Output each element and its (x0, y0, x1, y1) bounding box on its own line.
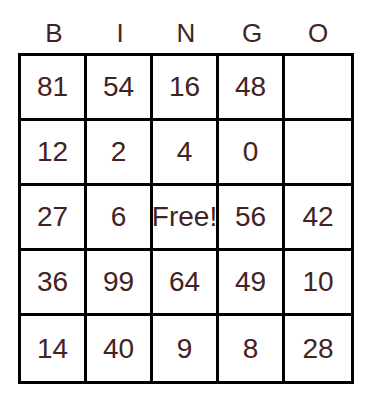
column-letter-i: I (87, 20, 153, 46)
cell-r3c3-free-space[interactable]: Free! (153, 186, 219, 251)
cell-r2c1[interactable]: 12 (21, 121, 87, 186)
cell-r1c2[interactable]: 54 (87, 56, 153, 121)
cell-r1c1[interactable]: 81 (21, 56, 87, 121)
cell-r2c3[interactable]: 4 (153, 121, 219, 186)
cell-r5c3[interactable]: 9 (153, 316, 219, 381)
cell-r1c5-overflow-text: 32 45 (296, 73, 340, 125)
cell-r2c2[interactable]: 2 (87, 121, 153, 186)
bingo-header: B I N G O (18, 20, 354, 46)
cell-r3c1[interactable]: 27 (21, 186, 87, 251)
cell-r4c2[interactable]: 99 (87, 251, 153, 316)
cell-r4c4[interactable]: 49 (219, 251, 285, 316)
cell-r3c2[interactable]: 6 (87, 186, 153, 251)
column-letter-g: G (219, 20, 285, 46)
cell-r2c5-empty[interactable] (285, 121, 351, 186)
bingo-card: B I N G O 81 54 16 48 32 45 12 2 4 0 27 … (0, 0, 369, 384)
cell-r5c4[interactable]: 8 (219, 316, 285, 381)
cell-r3c5[interactable]: 42 (285, 186, 351, 251)
cell-r5c5[interactable]: 28 (285, 316, 351, 381)
cell-r4c5[interactable]: 10 (285, 251, 351, 316)
column-letter-b: B (21, 20, 87, 46)
cell-r4c1[interactable]: 36 (21, 251, 87, 316)
cell-r4c3[interactable]: 64 (153, 251, 219, 316)
cell-r5c2[interactable]: 40 (87, 316, 153, 381)
cell-r5c1[interactable]: 14 (21, 316, 87, 381)
column-letter-o: O (285, 20, 351, 46)
cell-r2c4[interactable]: 0 (219, 121, 285, 186)
cell-r1c3[interactable]: 16 (153, 56, 219, 121)
cell-r3c4[interactable]: 56 (219, 186, 285, 251)
cell-r1c5[interactable]: 32 45 (285, 56, 351, 121)
cell-r1c4[interactable]: 48 (219, 56, 285, 121)
column-letter-n: N (153, 20, 219, 46)
bingo-board: 81 54 16 48 32 45 12 2 4 0 27 6 Free! 56… (18, 53, 354, 384)
